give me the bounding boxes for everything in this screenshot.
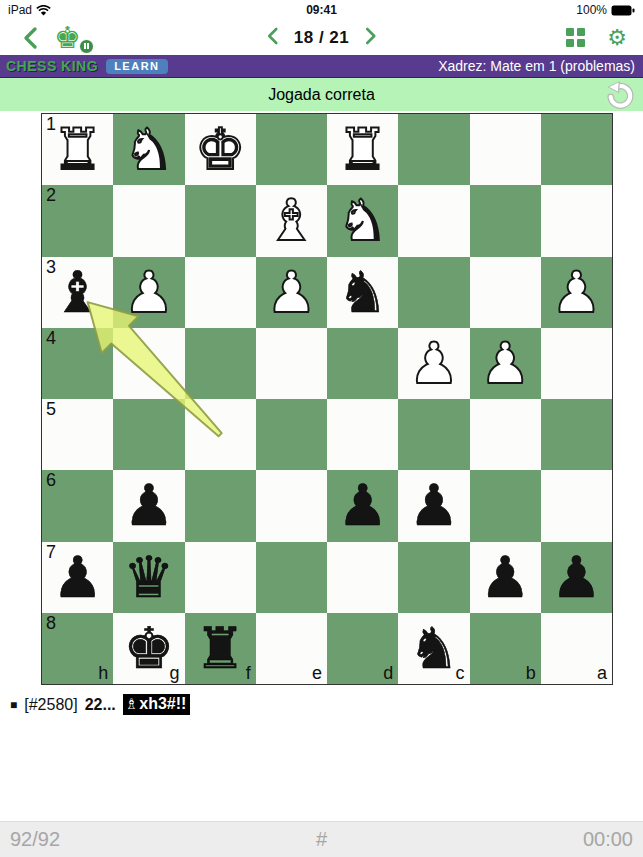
nav-bar: ♚ 18 / 21 ⚙ [0, 20, 643, 55]
piece-bP-d6: ♟ [327, 470, 398, 541]
square-f1[interactable]: ♚ [185, 114, 256, 185]
square-f4[interactable] [185, 328, 256, 399]
square-f6[interactable] [185, 470, 256, 541]
piece-wP-b4: ♟ [470, 328, 541, 399]
move-number: 22... [85, 696, 116, 714]
black-to-move-marker: ■ [10, 698, 17, 712]
square-e1[interactable] [256, 114, 327, 185]
file-label-f: f [246, 663, 251, 684]
square-d8[interactable]: d [327, 613, 398, 684]
mate-symbol: # [316, 828, 327, 851]
square-b8[interactable]: b [470, 613, 541, 684]
next-puzzle-button[interactable] [365, 27, 377, 49]
square-h3[interactable]: 3♝ [42, 257, 113, 328]
prev-puzzle-button[interactable] [266, 27, 278, 49]
square-d4[interactable] [327, 328, 398, 399]
square-a7[interactable]: ♟ [541, 542, 612, 613]
square-b7[interactable]: ♟ [470, 542, 541, 613]
square-a2[interactable] [541, 185, 612, 256]
board-area: 1♜♞♚♜2♝♞3♝♟♟♞♟4♟♟56♟♟♟7♟♛♟♟8hg♚f♜edc♞ba [41, 113, 613, 685]
course-title: Xadrez: Mate em 1 (problemas) [438, 58, 637, 74]
piece-wP-a3: ♟ [541, 257, 612, 328]
move-annotation: ■ [#2580] 22... ♗ xh3#!! [0, 685, 643, 715]
progress-counter: 92/92 [0, 828, 60, 851]
battery-percent: 100% [576, 3, 607, 17]
move-text: xh3#!! [139, 695, 186, 713]
square-h5[interactable]: 5 [42, 399, 113, 470]
rank-label-3: 3 [46, 257, 56, 278]
square-e5[interactable] [256, 399, 327, 470]
piece-wK-f1: ♚ [185, 114, 256, 185]
back-button[interactable] [22, 26, 38, 50]
square-a8[interactable]: a [541, 613, 612, 684]
square-a4[interactable] [541, 328, 612, 399]
square-f3[interactable] [185, 257, 256, 328]
square-c4[interactable]: ♟ [398, 328, 469, 399]
square-h2[interactable]: 2 [42, 185, 113, 256]
rank-label-4: 4 [46, 328, 56, 349]
square-d5[interactable] [327, 399, 398, 470]
piece-bN-d3: ♞ [327, 257, 398, 328]
file-label-g: g [169, 663, 179, 684]
square-e2[interactable]: ♝ [256, 185, 327, 256]
learn-badge: LEARN [106, 59, 167, 74]
piece-bP-g6: ♟ [113, 470, 184, 541]
feedback-text: Jogada correta [268, 86, 375, 104]
square-g3[interactable]: ♟ [113, 257, 184, 328]
square-b1[interactable] [470, 114, 541, 185]
square-e3[interactable]: ♟ [256, 257, 327, 328]
square-d1[interactable]: ♜ [327, 114, 398, 185]
puzzle-counter: 18 / 21 [294, 28, 350, 48]
square-b4[interactable]: ♟ [470, 328, 541, 399]
square-b3[interactable] [470, 257, 541, 328]
square-h4[interactable]: 4 [42, 328, 113, 399]
square-a5[interactable] [541, 399, 612, 470]
piece-wB-e2: ♝ [256, 185, 327, 256]
square-f8[interactable]: f♜ [185, 613, 256, 684]
brand-bar: CHESS KING LEARN Xadrez: Mate em 1 (prob… [0, 55, 643, 78]
square-a6[interactable] [541, 470, 612, 541]
square-d3[interactable]: ♞ [327, 257, 398, 328]
square-g5[interactable] [113, 399, 184, 470]
status-bar: iPad 09:41 100% [0, 0, 643, 20]
highlighted-move[interactable]: ♗ xh3#!! [123, 694, 191, 715]
square-b6[interactable] [470, 470, 541, 541]
piece-bP-c6: ♟ [398, 470, 469, 541]
clock: 09:41 [306, 3, 337, 17]
square-h6[interactable]: 6 [42, 470, 113, 541]
square-e4[interactable] [256, 328, 327, 399]
square-c2[interactable] [398, 185, 469, 256]
square-c6[interactable]: ♟ [398, 470, 469, 541]
piece-wP-g3: ♟ [113, 257, 184, 328]
square-e7[interactable] [256, 542, 327, 613]
undo-icon[interactable] [605, 81, 635, 113]
problem-id: [#2580] [24, 696, 77, 714]
file-label-e: e [312, 663, 322, 684]
gear-icon[interactable]: ⚙ [607, 27, 627, 49]
rank-label-8: 8 [46, 613, 56, 634]
square-f5[interactable] [185, 399, 256, 470]
square-b5[interactable] [470, 399, 541, 470]
brand-name: CHESS KING [6, 58, 98, 74]
square-d2[interactable]: ♞ [327, 185, 398, 256]
square-h7[interactable]: 7♟ [42, 542, 113, 613]
square-c7[interactable] [398, 542, 469, 613]
piece-bP-a7: ♟ [541, 542, 612, 613]
file-label-a: a [597, 663, 607, 684]
rank-label-7: 7 [46, 542, 56, 563]
piece-wN-d2: ♞ [327, 185, 398, 256]
file-label-c: c [456, 663, 465, 684]
square-g1[interactable]: ♞ [113, 114, 184, 185]
bishop-icon: ♗ [125, 695, 138, 713]
piece-bP-b7: ♟ [470, 542, 541, 613]
square-d7[interactable] [327, 542, 398, 613]
square-g7[interactable]: ♛ [113, 542, 184, 613]
square-c1[interactable] [398, 114, 469, 185]
rank-label-5: 5 [46, 399, 56, 420]
square-e6[interactable] [256, 470, 327, 541]
square-g2[interactable] [113, 185, 184, 256]
rank-label-6: 6 [46, 470, 56, 491]
file-label-d: d [383, 663, 393, 684]
puzzle-list-icon[interactable] [566, 28, 585, 47]
rank-label-2: 2 [46, 185, 56, 206]
square-h8[interactable]: 8h [42, 613, 113, 684]
wifi-icon [36, 5, 51, 16]
logo-badge [79, 39, 94, 54]
footer-bar: 92/92 # 00:00 [0, 821, 643, 857]
square-e8[interactable]: e [256, 613, 327, 684]
carrier-label: iPad [8, 3, 32, 17]
piece-wR-d1: ♜ [327, 114, 398, 185]
square-g6[interactable]: ♟ [113, 470, 184, 541]
piece-bQ-g7: ♛ [113, 542, 184, 613]
square-h1[interactable]: 1♜ [42, 114, 113, 185]
rank-label-1: 1 [46, 114, 56, 135]
file-label-h: h [98, 663, 108, 684]
square-c8[interactable]: c♞ [398, 613, 469, 684]
square-f7[interactable] [185, 542, 256, 613]
square-g8[interactable]: g♚ [113, 613, 184, 684]
square-g4[interactable] [113, 328, 184, 399]
timer: 00:00 [583, 828, 643, 851]
piece-wN-g1: ♞ [113, 114, 184, 185]
board: 1♜♞♚♜2♝♞3♝♟♟♞♟4♟♟56♟♟♟7♟♛♟♟8hg♚f♜edc♞ba [42, 114, 612, 684]
square-b2[interactable] [470, 185, 541, 256]
piece-wP-c4: ♟ [398, 328, 469, 399]
square-f2[interactable] [185, 185, 256, 256]
square-a3[interactable]: ♟ [541, 257, 612, 328]
chess-king-logo-icon[interactable]: ♚ [54, 22, 94, 54]
battery-icon [611, 5, 635, 16]
square-c3[interactable] [398, 257, 469, 328]
feedback-banner: Jogada correta [0, 78, 643, 111]
file-label-b: b [526, 663, 536, 684]
square-c5[interactable] [398, 399, 469, 470]
square-d6[interactable]: ♟ [327, 470, 398, 541]
piece-wP-e3: ♟ [256, 257, 327, 328]
square-a1[interactable] [541, 114, 612, 185]
